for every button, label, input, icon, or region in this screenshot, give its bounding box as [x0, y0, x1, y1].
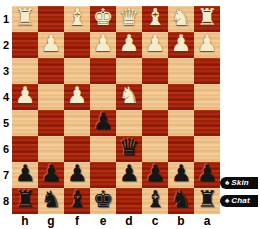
square-h4[interactable]: ♟ [12, 84, 38, 110]
black-king[interactable]: ♚ [90, 185, 116, 214]
file-label-a: a [194, 213, 220, 229]
square-a2[interactable]: ♟ [194, 32, 220, 58]
spade-icon: ♠ [225, 195, 229, 207]
file-label-c: c [142, 213, 168, 229]
square-g2[interactable]: ♟ [38, 32, 64, 58]
spade-icon: ♠ [225, 177, 229, 189]
square-e2[interactable]: ♟ [90, 32, 116, 58]
rank-label-4: 4 [0, 84, 12, 110]
square-c4[interactable] [142, 84, 168, 110]
white-knight[interactable]: ♞ [116, 81, 142, 110]
square-e8[interactable]: ♚ [90, 188, 116, 214]
square-h5[interactable] [12, 110, 38, 136]
white-pawn[interactable]: ♟ [194, 29, 220, 58]
black-knight[interactable]: ♞ [168, 185, 194, 214]
square-b4[interactable] [168, 84, 194, 110]
black-pawn[interactable]: ♟ [12, 159, 38, 188]
rank-label-6: 6 [0, 136, 12, 162]
white-pawn[interactable]: ♟ [38, 29, 64, 58]
square-b3[interactable] [168, 58, 194, 84]
square-a5[interactable] [194, 110, 220, 136]
square-c5[interactable] [142, 110, 168, 136]
square-f4[interactable]: ♟ [64, 84, 90, 110]
square-a3[interactable] [194, 58, 220, 84]
square-f8[interactable]: ♝ [64, 188, 90, 214]
white-pawn[interactable]: ♟ [64, 81, 90, 110]
black-pawn[interactable]: ♟ [116, 159, 142, 188]
chat-button-label: Chat [231, 195, 250, 207]
square-a8[interactable]: ♜ [194, 188, 220, 214]
side-buttons: ♠ Skin ♠ Chat [220, 177, 258, 207]
skin-button[interactable]: ♠ Skin [220, 177, 258, 189]
white-rook[interactable]: ♜ [12, 3, 38, 32]
square-e5[interactable]: ♟ [90, 110, 116, 136]
square-g3[interactable] [38, 58, 64, 84]
square-h2[interactable] [12, 32, 38, 58]
square-c8[interactable]: ♝ [142, 188, 168, 214]
square-g4[interactable] [38, 84, 64, 110]
rank-label-2: 2 [0, 32, 12, 58]
square-g5[interactable] [38, 110, 64, 136]
file-label-d: d [116, 213, 142, 229]
square-f1[interactable]: ♝ [64, 6, 90, 32]
white-king[interactable]: ♚ [90, 3, 116, 32]
square-b5[interactable] [168, 110, 194, 136]
black-pawn[interactable]: ♟ [142, 159, 168, 188]
white-bishop[interactable]: ♝ [64, 3, 90, 32]
square-h1[interactable]: ♜ [12, 6, 38, 32]
file-label-b: b [168, 213, 194, 229]
white-pawn[interactable]: ♟ [142, 29, 168, 58]
file-label-e: e [90, 213, 116, 229]
square-c3[interactable] [142, 58, 168, 84]
square-d7[interactable]: ♟ [116, 162, 142, 188]
square-c2[interactable]: ♟ [142, 32, 168, 58]
white-queen[interactable]: ♛ [116, 3, 142, 32]
square-b2[interactable]: ♟ [168, 32, 194, 58]
rank-label-1: 1 [0, 6, 12, 32]
black-pawn[interactable]: ♟ [64, 159, 90, 188]
file-labels: hgfedcba [12, 213, 220, 229]
rank-label-5: 5 [0, 110, 12, 136]
square-d8[interactable] [116, 188, 142, 214]
file-label-h: h [12, 213, 38, 229]
rank-label-3: 3 [0, 58, 12, 84]
black-pawn[interactable]: ♟ [90, 107, 116, 136]
square-f5[interactable] [64, 110, 90, 136]
skin-button-label: Skin [231, 177, 249, 189]
square-d2[interactable]: ♟ [116, 32, 142, 58]
white-pawn[interactable]: ♟ [116, 29, 142, 58]
white-pawn[interactable]: ♟ [12, 81, 38, 110]
chess-app-window: 12345678 ♜♝♚♛♝♞♜♟♟♟♟♟♟♟♟♞♟♛♟♟♟♟♟♟♟♜♞♝♚♝♞… [0, 0, 260, 229]
black-bishop[interactable]: ♝ [142, 185, 168, 214]
black-queen[interactable]: ♛ [116, 133, 142, 162]
black-pawn[interactable]: ♟ [168, 159, 194, 188]
black-bishop[interactable]: ♝ [64, 185, 90, 214]
black-rook[interactable]: ♜ [12, 185, 38, 214]
square-e6[interactable] [90, 136, 116, 162]
square-d4[interactable]: ♞ [116, 84, 142, 110]
rank-label-8: 8 [0, 188, 12, 214]
file-label-g: g [38, 213, 64, 229]
rank-label-7: 7 [0, 162, 12, 188]
file-label-f: f [64, 213, 90, 229]
white-pawn[interactable]: ♟ [90, 29, 116, 58]
black-pawn[interactable]: ♟ [38, 159, 64, 188]
square-f2[interactable] [64, 32, 90, 58]
square-a4[interactable] [194, 84, 220, 110]
white-rook[interactable]: ♜ [194, 3, 220, 32]
rank-labels: 12345678 [0, 6, 12, 214]
white-pawn[interactable]: ♟ [168, 29, 194, 58]
square-g8[interactable]: ♞ [38, 188, 64, 214]
square-b8[interactable]: ♞ [168, 188, 194, 214]
square-e3[interactable] [90, 58, 116, 84]
white-knight[interactable]: ♞ [168, 3, 194, 32]
square-h8[interactable]: ♜ [12, 188, 38, 214]
chat-button[interactable]: ♠ Chat [220, 195, 258, 207]
black-pawn[interactable]: ♟ [194, 159, 220, 188]
chess-board[interactable]: ♜♝♚♛♝♞♜♟♟♟♟♟♟♟♟♞♟♛♟♟♟♟♟♟♟♜♞♝♚♝♞♜ [12, 6, 220, 214]
black-rook[interactable]: ♜ [194, 185, 220, 214]
white-bishop[interactable]: ♝ [142, 3, 168, 32]
black-knight[interactable]: ♞ [38, 185, 64, 214]
